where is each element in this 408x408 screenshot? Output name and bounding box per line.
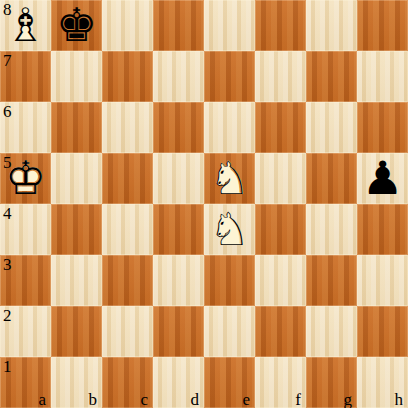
piece-black-king-b8[interactable]: ♚ xyxy=(51,0,102,51)
square-g4[interactable] xyxy=(306,204,357,255)
square-b7[interactable] xyxy=(51,51,102,102)
square-c5[interactable] xyxy=(102,153,153,204)
square-h4[interactable] xyxy=(357,204,408,255)
chess-board: 8♝♗♚765♚♔♞♘♟4♞♘321abcdefgh xyxy=(0,0,408,408)
square-g3[interactable] xyxy=(306,255,357,306)
square-c2[interactable] xyxy=(102,306,153,357)
square-a4[interactable]: 4 xyxy=(0,204,51,255)
square-e3[interactable] xyxy=(204,255,255,306)
chess-board-wrapper: 8♝♗♚765♚♔♞♘♟4♞♘321abcdefgh xyxy=(0,0,408,408)
square-f6[interactable] xyxy=(255,102,306,153)
square-d1[interactable]: d xyxy=(153,357,204,408)
square-h3[interactable] xyxy=(357,255,408,306)
square-h5[interactable]: ♟ xyxy=(357,153,408,204)
square-b8[interactable]: ♚ xyxy=(51,0,102,51)
square-c8[interactable] xyxy=(102,0,153,51)
white-knight-outline-icon: ♘ xyxy=(204,153,255,204)
square-g5[interactable] xyxy=(306,153,357,204)
square-e5[interactable]: ♞♘ xyxy=(204,153,255,204)
square-f4[interactable] xyxy=(255,204,306,255)
square-g1[interactable]: g xyxy=(306,357,357,408)
file-label-d: d xyxy=(191,391,200,408)
square-b3[interactable] xyxy=(51,255,102,306)
piece-white-knight-e5[interactable]: ♞♘ xyxy=(204,153,255,204)
file-label-h: h xyxy=(395,391,404,408)
square-g2[interactable] xyxy=(306,306,357,357)
square-c3[interactable] xyxy=(102,255,153,306)
square-d6[interactable] xyxy=(153,102,204,153)
square-b6[interactable] xyxy=(51,102,102,153)
square-e1[interactable]: e xyxy=(204,357,255,408)
square-d8[interactable] xyxy=(153,0,204,51)
square-g8[interactable] xyxy=(306,0,357,51)
square-a5[interactable]: 5♚♔ xyxy=(0,153,51,204)
square-e8[interactable] xyxy=(204,0,255,51)
file-label-a: a xyxy=(38,391,46,408)
square-f8[interactable] xyxy=(255,0,306,51)
rank-label-5: 5 xyxy=(3,153,12,173)
square-e4[interactable]: ♞♘ xyxy=(204,204,255,255)
square-f7[interactable] xyxy=(255,51,306,102)
square-a7[interactable]: 7 xyxy=(0,51,51,102)
square-c7[interactable] xyxy=(102,51,153,102)
square-f2[interactable] xyxy=(255,306,306,357)
rank-label-2: 2 xyxy=(3,306,12,326)
square-c4[interactable] xyxy=(102,204,153,255)
square-a3[interactable]: 3 xyxy=(0,255,51,306)
square-h1[interactable]: h xyxy=(357,357,408,408)
square-f3[interactable] xyxy=(255,255,306,306)
square-f5[interactable] xyxy=(255,153,306,204)
square-h6[interactable] xyxy=(357,102,408,153)
square-a2[interactable]: 2 xyxy=(0,306,51,357)
square-h8[interactable] xyxy=(357,0,408,51)
file-label-c: c xyxy=(140,391,148,408)
square-h7[interactable] xyxy=(357,51,408,102)
square-d4[interactable] xyxy=(153,204,204,255)
square-b4[interactable] xyxy=(51,204,102,255)
black-king-icon: ♚ xyxy=(51,0,102,51)
square-d3[interactable] xyxy=(153,255,204,306)
square-h2[interactable] xyxy=(357,306,408,357)
square-g6[interactable] xyxy=(306,102,357,153)
square-f1[interactable]: f xyxy=(255,357,306,408)
square-e7[interactable] xyxy=(204,51,255,102)
square-e6[interactable] xyxy=(204,102,255,153)
square-c1[interactable]: c xyxy=(102,357,153,408)
rank-label-1: 1 xyxy=(3,357,12,377)
square-e2[interactable] xyxy=(204,306,255,357)
file-label-e: e xyxy=(242,391,250,408)
square-d2[interactable] xyxy=(153,306,204,357)
rank-label-7: 7 xyxy=(3,51,12,71)
square-b2[interactable] xyxy=(51,306,102,357)
piece-white-knight-e4[interactable]: ♞♘ xyxy=(204,204,255,255)
square-d7[interactable] xyxy=(153,51,204,102)
white-knight-outline-icon: ♘ xyxy=(204,204,255,255)
file-label-f: f xyxy=(295,391,301,408)
rank-label-3: 3 xyxy=(3,255,12,275)
square-a8[interactable]: 8♝♗ xyxy=(0,0,51,51)
piece-black-pawn-h5[interactable]: ♟ xyxy=(357,153,408,204)
file-label-b: b xyxy=(89,391,98,408)
square-a1[interactable]: 1a xyxy=(0,357,51,408)
square-g7[interactable] xyxy=(306,51,357,102)
square-d5[interactable] xyxy=(153,153,204,204)
square-b5[interactable] xyxy=(51,153,102,204)
square-b1[interactable]: b xyxy=(51,357,102,408)
rank-label-4: 4 xyxy=(3,204,12,224)
square-a6[interactable]: 6 xyxy=(0,102,51,153)
file-label-g: g xyxy=(344,391,353,408)
rank-label-6: 6 xyxy=(3,102,12,122)
square-c6[interactable] xyxy=(102,102,153,153)
black-pawn-icon: ♟ xyxy=(357,153,408,204)
rank-label-8: 8 xyxy=(3,0,12,20)
